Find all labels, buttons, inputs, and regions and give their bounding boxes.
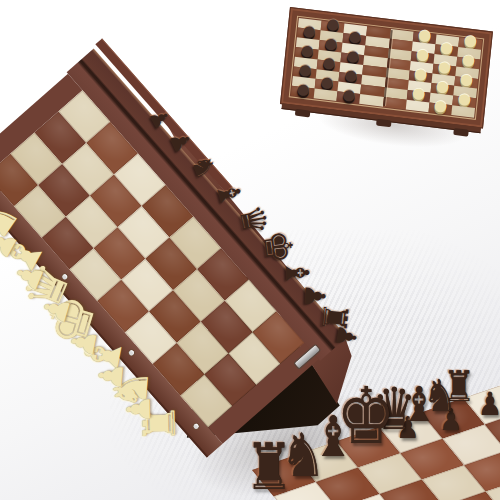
product-photo: ●●●●●●●●●●●●●●●●●●●●●●●● ♜♞♝♛♚♝♞♜♟♟♟♟♟♟♟… (0, 0, 500, 500)
closeup-black-pawn: ♟ (478, 388, 500, 420)
closeup-pieces-layer: ♜♞♝♚♛♝♞♜♟♟♟ (0, 0, 500, 500)
closeup-black-rook: ♜ (245, 435, 294, 499)
